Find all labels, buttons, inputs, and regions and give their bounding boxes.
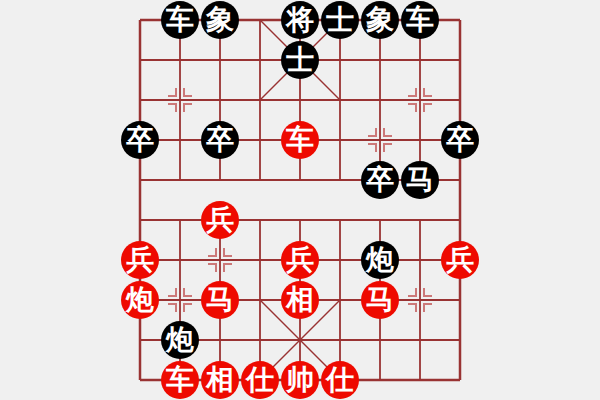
piece-black-cannon[interactable]: 炮 xyxy=(161,321,199,359)
piece-red-elephant[interactable]: 相 xyxy=(201,361,239,399)
piece-black-soldier[interactable]: 卒 xyxy=(441,121,479,159)
piece-layer: 车象将士象车士卒卒车卒卒马兵兵兵炮兵炮马相马炮车相仕帅仕 xyxy=(120,0,480,400)
xiangqi-board: 车象将士象车士卒卒车卒卒马兵兵兵炮兵炮马相马炮车相仕帅仕 xyxy=(0,0,600,400)
piece-black-advisor[interactable]: 士 xyxy=(281,41,319,79)
piece-red-advisor[interactable]: 仕 xyxy=(241,361,279,399)
piece-red-horse[interactable]: 马 xyxy=(201,281,239,319)
piece-red-elephant[interactable]: 相 xyxy=(281,281,319,319)
piece-red-chariot[interactable]: 车 xyxy=(161,361,199,399)
piece-red-cannon[interactable]: 炮 xyxy=(121,281,159,319)
piece-red-horse[interactable]: 马 xyxy=(361,281,399,319)
piece-black-chariot[interactable]: 车 xyxy=(161,1,199,39)
piece-black-general[interactable]: 将 xyxy=(281,1,319,39)
piece-red-soldier[interactable]: 兵 xyxy=(281,241,319,279)
piece-black-elephant[interactable]: 象 xyxy=(361,1,399,39)
piece-red-soldier[interactable]: 兵 xyxy=(121,241,159,279)
piece-black-soldier[interactable]: 卒 xyxy=(361,161,399,199)
piece-black-chariot[interactable]: 车 xyxy=(401,1,439,39)
piece-red-soldier[interactable]: 兵 xyxy=(441,241,479,279)
piece-red-soldier[interactable]: 兵 xyxy=(201,201,239,239)
piece-red-general[interactable]: 帅 xyxy=(281,361,319,399)
piece-red-chariot[interactable]: 车 xyxy=(281,121,319,159)
piece-black-soldier[interactable]: 卒 xyxy=(201,121,239,159)
piece-red-advisor[interactable]: 仕 xyxy=(321,361,359,399)
piece-black-horse[interactable]: 马 xyxy=(401,161,439,199)
piece-black-advisor[interactable]: 士 xyxy=(321,1,359,39)
piece-black-elephant[interactable]: 象 xyxy=(201,1,239,39)
piece-black-soldier[interactable]: 卒 xyxy=(121,121,159,159)
piece-black-cannon[interactable]: 炮 xyxy=(361,241,399,279)
